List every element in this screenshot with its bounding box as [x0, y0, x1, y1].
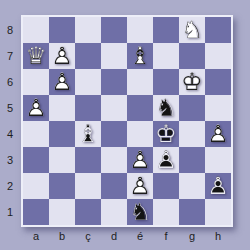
square-e1[interactable]: ♞♘	[127, 199, 153, 225]
square-f2[interactable]	[153, 173, 179, 199]
square-b2[interactable]	[49, 173, 75, 199]
square-g3[interactable]	[179, 147, 205, 173]
rank-label-7: 7	[0, 43, 20, 69]
rank-label-1: 1	[0, 199, 20, 225]
white-king-g6[interactable]: ♚♔	[179, 69, 205, 95]
white-queen-a7[interactable]: ♛♕	[23, 43, 49, 69]
square-f4[interactable]: ♚♔	[153, 121, 179, 147]
square-d8[interactable]	[101, 17, 127, 43]
rank-label-2: 2	[0, 173, 20, 199]
file-label-c: ç	[75, 228, 101, 244]
square-e6[interactable]	[127, 69, 153, 95]
square-g4[interactable]	[179, 121, 205, 147]
black-bishop-c4[interactable]: ♝♗	[75, 121, 101, 147]
square-d6[interactable]	[101, 69, 127, 95]
square-a7[interactable]: ♛♕	[23, 43, 49, 69]
white-pawn-b7[interactable]: ♟♙	[49, 43, 75, 69]
square-h4[interactable]: ♟♙	[205, 121, 231, 147]
square-c5[interactable]	[75, 95, 101, 121]
square-e8[interactable]	[127, 17, 153, 43]
file-label-f: f	[153, 228, 179, 244]
rank-label-8: 8	[0, 17, 20, 43]
black-pawn-f3[interactable]: ♟♙	[153, 147, 179, 173]
square-a4[interactable]	[23, 121, 49, 147]
white-pawn-e2[interactable]: ♟♙	[127, 173, 153, 199]
file-label-d: d	[101, 228, 127, 244]
square-g5[interactable]	[179, 95, 205, 121]
black-pawn-h2[interactable]: ♟♙	[205, 173, 231, 199]
rank-labels: 87654321	[0, 17, 20, 225]
square-b5[interactable]	[49, 95, 75, 121]
white-knight-g8[interactable]: ♞♘	[179, 17, 205, 43]
square-g1[interactable]	[179, 199, 205, 225]
file-label-h: h	[205, 228, 231, 244]
square-c7[interactable]	[75, 43, 101, 69]
square-e4[interactable]	[127, 121, 153, 147]
square-c3[interactable]	[75, 147, 101, 173]
white-bishop-e7[interactable]: ♝♗	[127, 43, 153, 69]
square-h1[interactable]	[205, 199, 231, 225]
file-label-e: é	[127, 228, 153, 244]
square-b8[interactable]	[49, 17, 75, 43]
square-b6[interactable]: ♟♙	[49, 69, 75, 95]
black-king-f4[interactable]: ♚♔	[153, 121, 179, 147]
square-e2[interactable]: ♟♙	[127, 173, 153, 199]
square-e3[interactable]: ♟♙	[127, 147, 153, 173]
square-a3[interactable]	[23, 147, 49, 173]
rank-label-5: 5	[0, 95, 20, 121]
square-h5[interactable]	[205, 95, 231, 121]
rank-label-3: 3	[0, 147, 20, 173]
square-g7[interactable]	[179, 43, 205, 69]
square-g8[interactable]: ♞♘	[179, 17, 205, 43]
rank-label-4: 4	[0, 121, 20, 147]
square-d3[interactable]	[101, 147, 127, 173]
square-c6[interactable]	[75, 69, 101, 95]
square-c4[interactable]: ♝♗	[75, 121, 101, 147]
square-h3[interactable]	[205, 147, 231, 173]
square-b7[interactable]: ♟♙	[49, 43, 75, 69]
black-knight-f5[interactable]: ♞♘	[153, 95, 179, 121]
square-f7[interactable]	[153, 43, 179, 69]
square-b4[interactable]	[49, 121, 75, 147]
board-grid: ♞♘♛♕♟♙♝♗♟♙♚♔♟♙♞♘♝♗♚♔♟♙♟♙♟♙♟♙♟♙♞♘	[23, 17, 231, 225]
square-c1[interactable]	[75, 199, 101, 225]
file-label-a: a	[23, 228, 49, 244]
square-f1[interactable]	[153, 199, 179, 225]
square-a8[interactable]	[23, 17, 49, 43]
square-h6[interactable]	[205, 69, 231, 95]
square-c8[interactable]	[75, 17, 101, 43]
square-f3[interactable]: ♟♙	[153, 147, 179, 173]
square-h7[interactable]	[205, 43, 231, 69]
chess-board: ♞♘♛♕♟♙♝♗♟♙♚♔♟♙♞♘♝♗♚♔♟♙♟♙♟♙♟♙♟♙♞♘	[21, 15, 233, 227]
square-e7[interactable]: ♝♗	[127, 43, 153, 69]
square-h2[interactable]: ♟♙	[205, 173, 231, 199]
square-g2[interactable]	[179, 173, 205, 199]
file-label-g: g	[179, 228, 205, 244]
square-f5[interactable]: ♞♘	[153, 95, 179, 121]
square-d1[interactable]	[101, 199, 127, 225]
white-pawn-e3[interactable]: ♟♙	[127, 147, 153, 173]
square-c2[interactable]	[75, 173, 101, 199]
file-labels: abçdéfgh	[23, 228, 231, 244]
white-pawn-a5[interactable]: ♟♙	[23, 95, 49, 121]
square-f8[interactable]	[153, 17, 179, 43]
square-d5[interactable]	[101, 95, 127, 121]
square-d7[interactable]	[101, 43, 127, 69]
square-d2[interactable]	[101, 173, 127, 199]
square-f6[interactable]	[153, 69, 179, 95]
rank-label-6: 6	[0, 69, 20, 95]
white-pawn-h4[interactable]: ♟♙	[205, 121, 231, 147]
square-g6[interactable]: ♚♔	[179, 69, 205, 95]
square-b1[interactable]	[49, 199, 75, 225]
square-d4[interactable]	[101, 121, 127, 147]
square-a6[interactable]	[23, 69, 49, 95]
square-a2[interactable]	[23, 173, 49, 199]
file-label-b: b	[49, 228, 75, 244]
square-a1[interactable]	[23, 199, 49, 225]
black-knight-e1[interactable]: ♞♘	[127, 199, 153, 225]
square-h8[interactable]	[205, 17, 231, 43]
square-e5[interactable]	[127, 95, 153, 121]
square-a5[interactable]: ♟♙	[23, 95, 49, 121]
square-b3[interactable]	[49, 147, 75, 173]
white-pawn-b6[interactable]: ♟♙	[49, 69, 75, 95]
